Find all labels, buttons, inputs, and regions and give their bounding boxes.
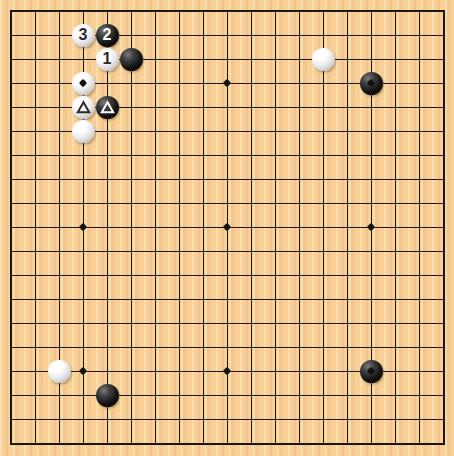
go-board-screenshot: 321 — [0, 0, 454, 456]
star-point — [79, 223, 87, 231]
white-stone: 1 — [96, 48, 119, 71]
white-stone — [72, 120, 95, 143]
move-number-label: 3 — [79, 27, 88, 43]
move-number-label: 1 — [103, 51, 112, 67]
white-stone — [48, 360, 71, 383]
star-point — [223, 367, 231, 375]
star-point — [223, 223, 231, 231]
black-stone — [96, 384, 119, 407]
black-stone — [120, 48, 143, 71]
star-point — [79, 367, 87, 375]
white-stone — [312, 48, 335, 71]
triangle-mark-icon — [100, 100, 115, 115]
black-stone: 2 — [96, 24, 119, 47]
star-point — [367, 223, 375, 231]
white-stone: 3 — [72, 24, 95, 47]
black-stone — [96, 96, 119, 119]
triangle-mark-icon — [76, 100, 91, 115]
go-board[interactable]: 321 — [0, 0, 454, 455]
white-stone — [72, 96, 95, 119]
move-number-label: 2 — [103, 27, 112, 43]
star-point — [223, 79, 231, 87]
